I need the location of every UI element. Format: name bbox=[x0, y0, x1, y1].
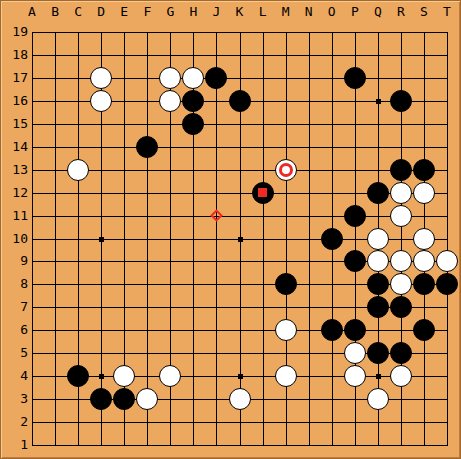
column-label: A bbox=[23, 5, 41, 19]
star-point bbox=[238, 237, 243, 242]
black-stone[interactable] bbox=[90, 388, 112, 410]
white-stone[interactable] bbox=[113, 365, 135, 387]
black-stone[interactable] bbox=[413, 273, 435, 295]
row-label: 2 bbox=[2, 415, 28, 429]
black-stone[interactable] bbox=[390, 90, 412, 112]
column-label: Q bbox=[369, 5, 387, 19]
column-label: M bbox=[277, 5, 295, 19]
column-label: K bbox=[231, 5, 249, 19]
column-label: D bbox=[92, 5, 110, 19]
row-label: 12 bbox=[2, 186, 28, 200]
white-stone[interactable] bbox=[67, 159, 89, 181]
column-label: L bbox=[254, 5, 272, 19]
column-label: C bbox=[69, 5, 87, 19]
white-stone[interactable] bbox=[275, 365, 297, 387]
white-stone[interactable] bbox=[90, 90, 112, 112]
white-stone[interactable] bbox=[436, 250, 458, 272]
black-stone[interactable] bbox=[344, 319, 366, 341]
white-stone[interactable] bbox=[413, 182, 435, 204]
column-label: E bbox=[115, 5, 133, 19]
row-label: 19 bbox=[2, 25, 28, 39]
column-label: B bbox=[46, 5, 64, 19]
row-label: 16 bbox=[2, 94, 28, 108]
black-stone[interactable] bbox=[113, 388, 135, 410]
black-stone[interactable] bbox=[367, 182, 389, 204]
white-stone[interactable] bbox=[182, 67, 204, 89]
diamond-marker bbox=[210, 209, 223, 222]
go-board[interactable]: ABCDEFGHJKLMNOPQRST 19181716151413121110… bbox=[0, 0, 461, 459]
black-stone[interactable] bbox=[205, 67, 227, 89]
grid-line bbox=[32, 445, 448, 446]
black-stone[interactable] bbox=[367, 342, 389, 364]
circle-marker bbox=[279, 163, 293, 177]
row-label: 18 bbox=[2, 48, 28, 62]
white-stone[interactable] bbox=[390, 205, 412, 227]
row-label: 9 bbox=[2, 254, 28, 268]
white-stone[interactable] bbox=[367, 388, 389, 410]
row-label: 6 bbox=[2, 323, 28, 337]
white-stone[interactable] bbox=[390, 273, 412, 295]
star-point bbox=[99, 237, 104, 242]
white-stone[interactable] bbox=[159, 67, 181, 89]
row-label: 10 bbox=[2, 232, 28, 246]
white-stone[interactable] bbox=[344, 342, 366, 364]
star-point bbox=[376, 374, 381, 379]
column-label: J bbox=[207, 5, 225, 19]
black-stone[interactable] bbox=[67, 365, 89, 387]
grid-line bbox=[309, 32, 310, 446]
black-stone[interactable] bbox=[182, 113, 204, 135]
row-label: 3 bbox=[2, 392, 28, 406]
white-stone[interactable] bbox=[136, 388, 158, 410]
star-point bbox=[376, 99, 381, 104]
row-label: 5 bbox=[2, 346, 28, 360]
white-stone[interactable] bbox=[159, 365, 181, 387]
white-stone[interactable] bbox=[367, 228, 389, 250]
white-stone[interactable] bbox=[229, 388, 251, 410]
row-label: 11 bbox=[2, 209, 28, 223]
white-stone[interactable] bbox=[159, 90, 181, 112]
column-label: G bbox=[161, 5, 179, 19]
black-stone[interactable] bbox=[321, 228, 343, 250]
row-label: 14 bbox=[2, 140, 28, 154]
row-label: 15 bbox=[2, 117, 28, 131]
column-label: O bbox=[323, 5, 341, 19]
grid-line bbox=[32, 422, 448, 423]
black-stone[interactable] bbox=[136, 136, 158, 158]
grid-line bbox=[447, 32, 448, 446]
black-stone[interactable] bbox=[413, 159, 435, 181]
white-stone[interactable] bbox=[90, 67, 112, 89]
column-label: R bbox=[392, 5, 410, 19]
white-stone[interactable] bbox=[413, 228, 435, 250]
black-stone[interactable] bbox=[321, 319, 343, 341]
row-label: 1 bbox=[2, 438, 28, 452]
row-label: 7 bbox=[2, 300, 28, 314]
black-stone[interactable] bbox=[367, 273, 389, 295]
black-stone[interactable] bbox=[436, 273, 458, 295]
star-point bbox=[238, 374, 243, 379]
black-stone[interactable] bbox=[390, 296, 412, 318]
black-stone[interactable] bbox=[413, 319, 435, 341]
grid-line bbox=[32, 330, 448, 331]
row-label: 8 bbox=[2, 277, 28, 291]
white-stone[interactable] bbox=[413, 250, 435, 272]
column-label: P bbox=[346, 5, 364, 19]
row-label: 13 bbox=[2, 163, 28, 177]
white-stone[interactable] bbox=[390, 250, 412, 272]
row-label: 4 bbox=[2, 369, 28, 383]
grid-line bbox=[263, 32, 264, 446]
column-label: S bbox=[415, 5, 433, 19]
black-stone[interactable] bbox=[367, 296, 389, 318]
white-stone[interactable] bbox=[390, 182, 412, 204]
black-stone[interactable] bbox=[182, 90, 204, 112]
white-stone[interactable] bbox=[390, 365, 412, 387]
column-label: H bbox=[184, 5, 202, 19]
black-stone[interactable] bbox=[390, 159, 412, 181]
black-stone[interactable] bbox=[275, 273, 297, 295]
white-stone[interactable] bbox=[344, 365, 366, 387]
black-stone[interactable] bbox=[344, 250, 366, 272]
white-stone[interactable] bbox=[275, 319, 297, 341]
white-stone[interactable] bbox=[367, 250, 389, 272]
black-stone[interactable] bbox=[344, 205, 366, 227]
column-label: N bbox=[300, 5, 318, 19]
black-stone[interactable] bbox=[390, 342, 412, 364]
black-stone[interactable] bbox=[344, 67, 366, 89]
black-stone[interactable] bbox=[229, 90, 251, 112]
column-label: F bbox=[138, 5, 156, 19]
row-label: 17 bbox=[2, 71, 28, 85]
column-label: T bbox=[438, 5, 456, 19]
square-marker bbox=[258, 188, 267, 197]
star-point bbox=[99, 374, 104, 379]
